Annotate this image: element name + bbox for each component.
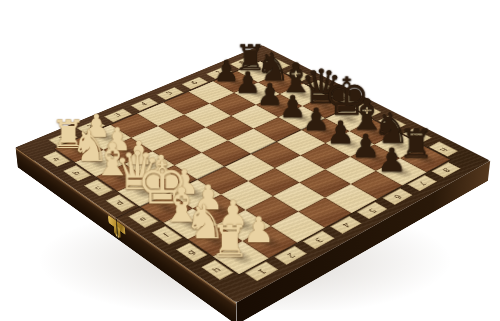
black-pawn-icon: ♟ [374,144,410,177]
latch-plate [108,215,125,235]
scene: abcdefgh abcdefgh 87654321 87654321 ♜♞♝♛… [83,0,419,321]
brass-latch-icon [107,213,128,244]
product-photo: abcdefgh abcdefgh 87654321 87654321 ♜♞♝♛… [0,0,500,321]
white-rook-icon: ♜ [209,219,249,263]
